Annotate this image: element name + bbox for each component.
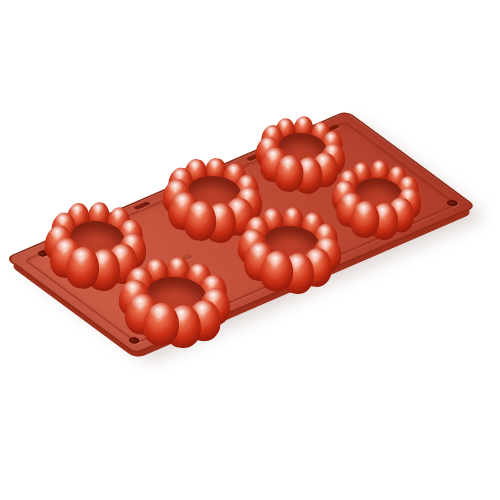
mold-cavity-front-left (113, 248, 238, 350)
cavity-layer (0, 0, 500, 500)
mold-cavity-front-middle (232, 199, 348, 296)
product-photo (0, 0, 500, 500)
